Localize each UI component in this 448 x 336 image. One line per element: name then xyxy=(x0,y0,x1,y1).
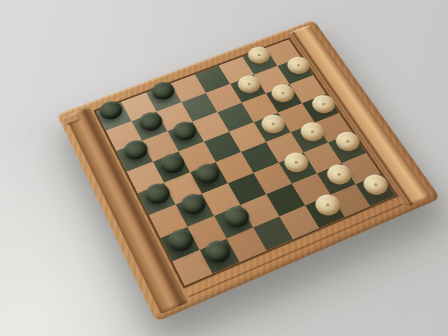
checkers-board xyxy=(57,20,441,322)
table-surface xyxy=(0,0,448,336)
rail-lid-notch xyxy=(62,113,79,124)
board-frame xyxy=(57,20,441,322)
